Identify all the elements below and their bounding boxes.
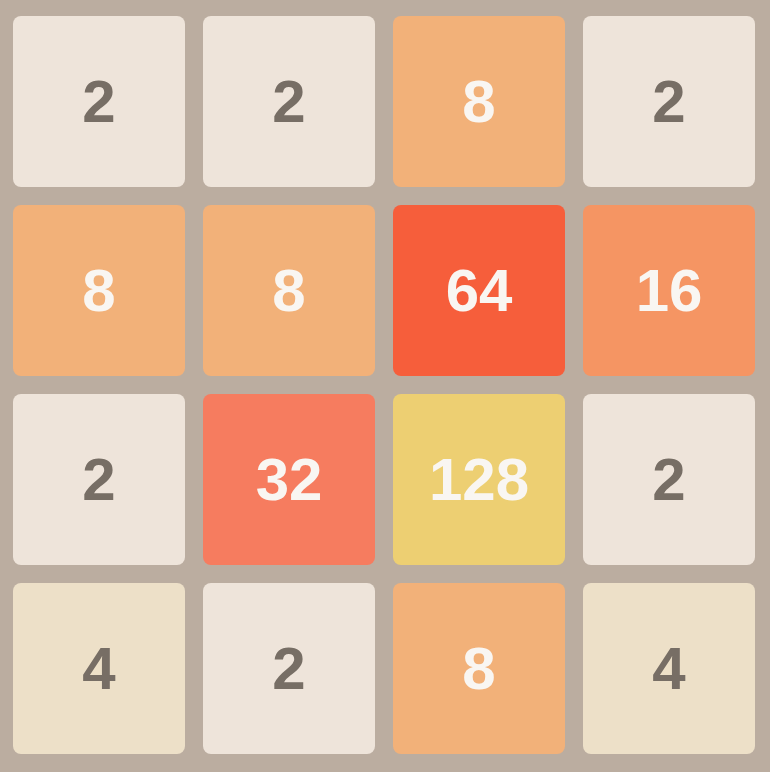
tile-r4c1: 4 (13, 583, 185, 754)
tile-r3c2: 32 (203, 394, 375, 565)
tile-r1c2: 2 (203, 16, 375, 187)
tile-r1c1: 2 (13, 16, 185, 187)
tile-r4c3: 8 (393, 583, 565, 754)
tile-r2c1: 8 (13, 205, 185, 376)
tile-r3c3: 128 (393, 394, 565, 565)
tile-r1c4: 2 (583, 16, 755, 187)
tile-r3c1: 2 (13, 394, 185, 565)
tile-r2c2: 8 (203, 205, 375, 376)
tile-r4c2: 2 (203, 583, 375, 754)
board-2048[interactable]: 2 2 8 2 8 8 64 16 2 32 128 2 4 2 8 4 (0, 0, 770, 772)
tile-r4c4: 4 (583, 583, 755, 754)
tile-r2c3: 64 (393, 205, 565, 376)
tile-r1c3: 8 (393, 16, 565, 187)
tile-r3c4: 2 (583, 394, 755, 565)
tile-r2c4: 16 (583, 205, 755, 376)
